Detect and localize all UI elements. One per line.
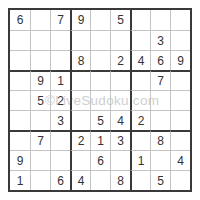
sudoku-cell-r5c1[interactable] <box>10 90 30 110</box>
sudoku-cell-r3c2[interactable] <box>30 50 50 70</box>
sudoku-cell-r2c4[interactable] <box>70 30 90 50</box>
sudoku-cell-r5c9[interactable] <box>170 90 190 110</box>
sudoku-cell-r2c9[interactable] <box>170 30 190 50</box>
sudoku-cell-r4c7[interactable] <box>130 70 150 90</box>
sudoku-cell-r9c5[interactable] <box>90 170 110 190</box>
sudoku-cell-r2c2[interactable] <box>30 30 50 50</box>
sudoku-cell-r5c5[interactable] <box>90 90 110 110</box>
sudoku-cell-r5c3[interactable]: 2 <box>50 90 70 110</box>
sudoku-cell-r4c5[interactable] <box>90 70 110 90</box>
sudoku-cell-r6c6[interactable]: 4 <box>110 110 130 130</box>
sudoku-cell-r6c9[interactable] <box>170 110 190 130</box>
sudoku-cell-r1c3[interactable]: 7 <box>50 10 70 30</box>
sudoku-cell-r6c5[interactable]: 5 <box>90 110 110 130</box>
sudoku-cell-r1c8[interactable] <box>150 10 170 30</box>
sudoku-cell-r8c3[interactable] <box>50 150 70 170</box>
sudoku-cell-r1c9[interactable] <box>170 10 190 30</box>
sudoku-cell-r6c1[interactable] <box>10 110 30 130</box>
sudoku-cell-r1c1[interactable]: 6 <box>10 10 30 30</box>
sudoku-cell-r2c5[interactable] <box>90 30 110 50</box>
sudoku-cell-r7c1[interactable] <box>10 130 30 150</box>
sudoku-cell-r4c8[interactable]: 7 <box>150 70 170 90</box>
sudoku-cell-r2c1[interactable] <box>10 30 30 50</box>
sudoku-cell-r2c8[interactable]: 3 <box>150 30 170 50</box>
sudoku-cell-r7c7[interactable] <box>130 130 150 150</box>
sudoku-cell-r7c8[interactable]: 8 <box>150 130 170 150</box>
sudoku-cell-r7c2[interactable]: 7 <box>30 130 50 150</box>
sudoku-cell-r9c6[interactable]: 8 <box>110 170 130 190</box>
sudoku-cell-r8c6[interactable] <box>110 150 130 170</box>
sudoku-cell-r1c2[interactable] <box>30 10 50 30</box>
sudoku-cell-r3c8[interactable]: 6 <box>150 50 170 70</box>
sudoku-cell-r5c8[interactable] <box>150 90 170 110</box>
sudoku-cell-r2c6[interactable] <box>110 30 130 50</box>
sudoku-cell-r4c3[interactable]: 1 <box>50 70 70 90</box>
sudoku-cell-r3c7[interactable]: 4 <box>130 50 150 70</box>
sudoku-cell-r9c7[interactable] <box>130 170 150 190</box>
sudoku-cell-r2c3[interactable] <box>50 30 70 50</box>
sudoku-cell-r4c2[interactable]: 9 <box>30 70 50 90</box>
sudoku-cell-r9c2[interactable] <box>30 170 50 190</box>
sudoku-cell-r6c3[interactable]: 3 <box>50 110 70 130</box>
sudoku-cell-r9c1[interactable]: 1 <box>10 170 30 190</box>
sudoku-cell-r7c4[interactable]: 2 <box>70 130 90 150</box>
sudoku-cell-r8c5[interactable]: 6 <box>90 150 110 170</box>
sudoku-cell-r5c6[interactable] <box>110 90 130 110</box>
sudoku-cell-r3c5[interactable] <box>90 50 110 70</box>
sudoku-cell-r4c4[interactable] <box>70 70 90 90</box>
sudoku-cell-r6c4[interactable] <box>70 110 90 130</box>
sudoku-cell-r9c9[interactable] <box>170 170 190 190</box>
sudoku-cell-r4c1[interactable] <box>10 70 30 90</box>
sudoku-cell-r3c3[interactable] <box>50 50 70 70</box>
sudoku-cell-r6c8[interactable] <box>150 110 170 130</box>
sudoku-cell-r1c7[interactable] <box>130 10 150 30</box>
sudoku-cell-r6c7[interactable]: 2 <box>130 110 150 130</box>
sudoku-cell-r9c8[interactable]: 5 <box>150 170 170 190</box>
sudoku-cell-r1c5[interactable] <box>90 10 110 30</box>
sudoku-cell-r3c4[interactable]: 8 <box>70 50 90 70</box>
sudoku-cell-r9c4[interactable]: 4 <box>70 170 90 190</box>
sudoku-cell-r1c4[interactable]: 9 <box>70 10 90 30</box>
sudoku-cell-r8c4[interactable] <box>70 150 90 170</box>
sudoku-cell-r7c3[interactable] <box>50 130 70 150</box>
sudoku-cell-r2c7[interactable] <box>130 30 150 50</box>
sudoku-cell-r7c6[interactable]: 3 <box>110 130 130 150</box>
sudoku-cell-r8c1[interactable]: 9 <box>10 150 30 170</box>
sudoku-cell-r7c5[interactable]: 1 <box>90 130 110 150</box>
sudoku-cell-r3c6[interactable]: 2 <box>110 50 130 70</box>
sudoku-cell-r5c7[interactable] <box>130 90 150 110</box>
sudoku-cell-r8c2[interactable] <box>30 150 50 170</box>
sudoku-cell-r1c6[interactable]: 5 <box>110 10 130 30</box>
sudoku-cell-r4c6[interactable] <box>110 70 130 90</box>
sudoku-cell-r8c9[interactable]: 4 <box>170 150 190 170</box>
sudoku-cell-r5c2[interactable]: 5 <box>30 90 50 110</box>
sudoku-cell-r5c4[interactable] <box>70 90 90 110</box>
sudoku-board: 679538246991752354272138961416485 <box>8 8 192 192</box>
sudoku-cell-r9c3[interactable]: 6 <box>50 170 70 190</box>
sudoku-cell-r7c9[interactable] <box>170 130 190 150</box>
sudoku-cell-r8c7[interactable]: 1 <box>130 150 150 170</box>
sudoku-cell-r6c2[interactable] <box>30 110 50 130</box>
sudoku-page: 679538246991752354272138961416485 ©LiveS… <box>0 0 200 200</box>
sudoku-cell-r3c9[interactable]: 9 <box>170 50 190 70</box>
sudoku-cell-r3c1[interactable] <box>10 50 30 70</box>
sudoku-cell-r4c9[interactable] <box>170 70 190 90</box>
sudoku-cell-r8c8[interactable] <box>150 150 170 170</box>
